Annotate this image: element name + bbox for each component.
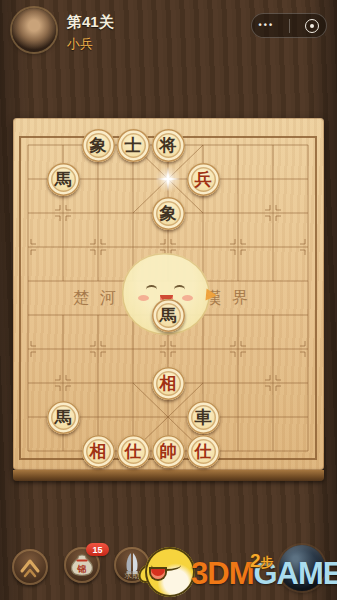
piece-red-兵[interactable]: 兵 xyxy=(187,163,220,196)
capsule-divider xyxy=(289,19,290,33)
mascot-blush xyxy=(138,295,149,301)
chick-mascot-toolbar xyxy=(143,539,197,600)
piece-black-象[interactable]: 象 xyxy=(82,129,115,162)
river-label-left: 楚河 xyxy=(73,288,127,309)
mascot-blush xyxy=(182,295,193,301)
piece-red-相[interactable]: 相 xyxy=(152,367,185,400)
piece-black-車[interactable]: 車 xyxy=(187,401,220,434)
piece-black-馬[interactable]: 馬 xyxy=(152,299,185,332)
mascot-beak xyxy=(205,289,217,302)
level-title: 第41关 xyxy=(67,13,114,32)
svg-text:锦: 锦 xyxy=(77,564,87,574)
piece-red-相[interactable]: 相 xyxy=(82,435,115,468)
mascot-eye xyxy=(146,285,157,294)
chevron-up-icon xyxy=(12,549,48,585)
steps-unit: 步 xyxy=(261,555,274,570)
piece-black-将[interactable]: 将 xyxy=(152,129,185,162)
more-options-button[interactable]: ••• xyxy=(259,20,274,30)
mascot-eye xyxy=(174,285,185,294)
piece-red-仕[interactable]: 仕 xyxy=(187,435,220,468)
level-subtitle: 小兵 xyxy=(67,35,93,53)
player-avatar[interactable] xyxy=(12,8,56,52)
piece-black-士[interactable]: 士 xyxy=(117,129,150,162)
piece-black-象[interactable]: 象 xyxy=(152,197,185,230)
steps-value: 2 xyxy=(250,550,261,571)
capsule-circle-icon[interactable] xyxy=(305,19,319,33)
piece-black-馬[interactable]: 馬 xyxy=(47,163,80,196)
xiangqi-board[interactable]: 楚河 漢界 象士将馬兵象馬相馬車相仕帥仕 xyxy=(13,118,324,470)
steps-counter: 2步 xyxy=(250,550,274,572)
highlight-star xyxy=(155,166,181,192)
hint-count-badge: 15 xyxy=(86,543,109,556)
board-edge-3d xyxy=(13,470,324,481)
piece-black-馬[interactable]: 馬 xyxy=(47,401,80,434)
watermark-3dm: 3DM xyxy=(191,556,253,591)
collapse-panel-button[interactable] xyxy=(12,549,48,585)
piece-red-帥[interactable]: 帥 xyxy=(152,435,185,468)
wechat-capsule: ••• xyxy=(251,13,327,38)
piece-red-仕[interactable]: 仕 xyxy=(117,435,150,468)
app-screen: 第41关 小兵 ••• 楚河 漢界 象士将馬兵象馬相馬車相仕帥仕 xyxy=(0,0,337,600)
